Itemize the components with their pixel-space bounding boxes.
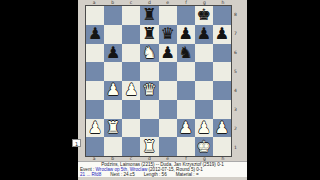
white-rook-piece: ♜: [142, 139, 156, 155]
square-b5[interactable]: [104, 62, 122, 81]
square-a6[interactable]: [86, 44, 104, 63]
square-a2[interactable]: ♟: [86, 119, 104, 138]
rank-label-6: 6: [232, 43, 242, 62]
square-f7[interactable]: ♟: [177, 25, 195, 44]
square-c2[interactable]: [122, 119, 140, 138]
material-balance-text: Material : =: [176, 172, 199, 177]
square-c5[interactable]: [122, 62, 140, 81]
square-a4[interactable]: [86, 81, 104, 100]
white-pawn-piece: ♟: [179, 120, 193, 136]
black-knight-piece: ♞: [179, 45, 193, 61]
rank-labels-right: 87654321: [232, 5, 242, 157]
square-e4[interactable]: [159, 81, 177, 100]
square-b6[interactable]: ♟: [104, 44, 122, 63]
square-e5[interactable]: [159, 62, 177, 81]
black-pawn-piece: ♟: [215, 26, 229, 42]
rank-label-4: 4: [232, 81, 242, 100]
square-f3[interactable]: [177, 100, 195, 119]
square-b2[interactable]: ♜: [104, 119, 122, 138]
square-d6[interactable]: ♞: [140, 44, 158, 63]
square-h2[interactable]: ♟: [213, 119, 231, 138]
square-c7[interactable]: [122, 25, 140, 44]
square-e2[interactable]: [159, 119, 177, 138]
white-queen-piece: ♛: [142, 82, 156, 98]
square-e7[interactable]: ♛: [159, 25, 177, 44]
square-f6[interactable]: ♞: [177, 44, 195, 63]
square-g8[interactable]: ♚: [195, 6, 213, 25]
square-e1[interactable]: [159, 137, 177, 156]
white-king-piece: ♚: [197, 139, 211, 155]
square-d3[interactable]: [140, 100, 158, 119]
square-f1[interactable]: [177, 137, 195, 156]
square-f8[interactable]: [177, 6, 195, 25]
rank-label-8: 8: [232, 5, 242, 24]
square-b7[interactable]: [104, 25, 122, 44]
square-g4[interactable]: [195, 81, 213, 100]
rank-label-7: 7: [232, 24, 242, 43]
black-pawn-piece: ♟: [88, 26, 102, 42]
square-a3[interactable]: [86, 100, 104, 119]
square-f2[interactable]: ♟: [177, 119, 195, 138]
square-h7[interactable]: ♟: [213, 25, 231, 44]
square-g6[interactable]: [195, 44, 213, 63]
status-line: 21 ... Rfd8 Next : 24.c5 Length : 56 Mat…: [78, 172, 247, 177]
square-g2[interactable]: ♟: [195, 119, 213, 138]
corner-move-indicator: 1: [72, 139, 81, 147]
square-g1[interactable]: ♚: [195, 137, 213, 156]
white-pawn-piece: ♟: [197, 120, 211, 136]
square-a5[interactable]: [86, 62, 104, 81]
black-king-piece: ♚: [197, 7, 211, 23]
square-g7[interactable]: ♟: [195, 25, 213, 44]
rank-label-5: 5: [232, 62, 242, 81]
black-pawn-piece: ♟: [197, 26, 211, 42]
square-d5[interactable]: [140, 62, 158, 81]
square-c4[interactable]: ♟: [122, 81, 140, 100]
black-pawn-piece: ♟: [179, 26, 193, 42]
square-d8[interactable]: ♜: [140, 6, 158, 25]
square-d2[interactable]: [140, 119, 158, 138]
square-b4[interactable]: ♟: [104, 81, 122, 100]
square-h3[interactable]: [213, 100, 231, 119]
black-rook-piece: ♜: [142, 26, 156, 42]
rank-label-2: 2: [232, 119, 242, 138]
square-c6[interactable]: [122, 44, 140, 63]
white-pawn-piece: ♟: [124, 82, 138, 98]
square-c8[interactable]: [122, 6, 140, 25]
video-frame: abcdefgh ♜♚♟♜♛♟♟♟♟♞♟♞♟♟♛♟♜♟♟♟♜♚ 87654321…: [0, 0, 320, 180]
square-d7[interactable]: ♜: [140, 25, 158, 44]
square-g5[interactable]: [195, 62, 213, 81]
white-rook-piece: ♜: [106, 120, 120, 136]
square-c1[interactable]: [122, 137, 140, 156]
square-d4[interactable]: ♛: [140, 81, 158, 100]
square-e3[interactable]: [159, 100, 177, 119]
square-c3[interactable]: [122, 100, 140, 119]
square-a8[interactable]: [86, 6, 104, 25]
square-b1[interactable]: [104, 137, 122, 156]
chess-board: ♜♚♟♜♛♟♟♟♟♞♟♞♟♟♛♟♜♟♟♟♜♚: [85, 5, 232, 157]
black-queen-piece: ♛: [160, 26, 174, 42]
square-h4[interactable]: [213, 81, 231, 100]
square-h8[interactable]: [213, 6, 231, 25]
black-pawn-piece: ♟: [160, 45, 174, 61]
chess-viewer-panel: abcdefgh ♜♚♟♜♛♟♟♟♟♞♟♞♟♟♛♟♜♟♟♟♜♚ 87654321…: [78, 0, 247, 180]
square-g3[interactable]: [195, 100, 213, 119]
square-h6[interactable]: [213, 44, 231, 63]
white-pawn-piece: ♟: [106, 82, 120, 98]
square-h5[interactable]: [213, 62, 231, 81]
rank-label-3: 3: [232, 100, 242, 119]
square-d1[interactable]: ♜: [140, 137, 158, 156]
rank-label-1: 1: [232, 138, 242, 157]
square-a1[interactable]: [86, 137, 104, 156]
square-a7[interactable]: ♟: [86, 25, 104, 44]
game-info-caption: Podzins, Laimonas (2215) -- Duda, Jan Kr…: [78, 161, 247, 177]
square-b3[interactable]: [104, 100, 122, 119]
square-h1[interactable]: [213, 137, 231, 156]
next-move-text: Next : 24.c5: [110, 172, 135, 177]
square-f4[interactable]: [177, 81, 195, 100]
square-f5[interactable]: [177, 62, 195, 81]
square-b8[interactable]: [104, 6, 122, 25]
square-e6[interactable]: ♟: [159, 44, 177, 63]
white-pawn-piece: ♟: [88, 120, 102, 136]
game-length-text: Length : 56: [144, 172, 167, 177]
white-pawn-piece: ♟: [215, 120, 229, 136]
white-knight-piece: ♞: [142, 45, 156, 61]
black-pawn-piece: ♟: [106, 45, 120, 61]
black-rook-piece: ♜: [142, 7, 156, 23]
square-e8[interactable]: [159, 6, 177, 25]
current-move-link[interactable]: 21 ... Rfd8: [80, 172, 101, 177]
